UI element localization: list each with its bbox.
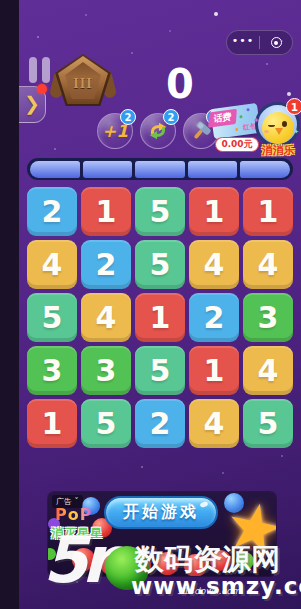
tile-1[interactable]: 1 xyxy=(189,187,239,236)
notification-dot xyxy=(37,84,47,94)
tile-4[interactable]: 4 xyxy=(81,293,131,342)
sparkle-icon: ✦ xyxy=(293,128,299,136)
ad-logo-title: 消灭星星 xyxy=(51,525,103,542)
sparkle-icon: ✦ xyxy=(253,116,260,125)
ad-banner[interactable]: ★ ✦ ✦ 广告 ˅ PoP 消灭星星 开始游戏 xyxy=(48,492,276,576)
tile-5[interactable]: 5 xyxy=(135,240,185,289)
swap-count-badge: 2 xyxy=(163,109,179,125)
add-one-count-badge: 2 xyxy=(120,109,136,125)
confetti-dot xyxy=(246,108,249,111)
chick-wink-eye xyxy=(268,123,275,127)
chick-icon xyxy=(262,112,294,144)
chick-eye xyxy=(282,121,287,127)
watermark-url: www.smzy.com xyxy=(131,573,301,599)
sparkle-icon: ✦ xyxy=(256,552,263,561)
tile-3[interactable]: 3 xyxy=(243,293,293,342)
tile-5[interactable]: 5 xyxy=(81,399,131,448)
wechat-capsule: ••• xyxy=(226,30,293,55)
tile-5[interactable]: 5 xyxy=(135,187,185,236)
chick-beak xyxy=(275,128,283,135)
tile-1[interactable]: 1 xyxy=(135,293,185,342)
tile-2[interactable]: 2 xyxy=(189,293,239,342)
tile-1[interactable]: 1 xyxy=(189,346,239,395)
tile-3[interactable]: 3 xyxy=(81,346,131,395)
tile-5[interactable]: 5 xyxy=(135,346,185,395)
confetti-dot xyxy=(239,115,242,118)
promo-label: 消消乐 xyxy=(252,143,301,158)
pause-icon xyxy=(29,57,37,83)
rank-numeral: III xyxy=(55,76,111,92)
tile-4[interactable]: 4 xyxy=(189,399,239,448)
tile-2[interactable]: 2 xyxy=(135,399,185,448)
exit-circle-icon xyxy=(271,37,282,48)
tile-1[interactable]: 1 xyxy=(27,399,77,448)
capsule-more-button[interactable]: ••• xyxy=(227,31,259,54)
progress-segment xyxy=(30,161,80,178)
tile-5[interactable]: 5 xyxy=(27,293,77,342)
phone-credit-title: 话费 xyxy=(208,109,237,128)
progress-segment xyxy=(83,161,133,178)
starfield-decoration xyxy=(19,0,21,2)
tile-1[interactable]: 1 xyxy=(243,187,293,236)
confetti-dot xyxy=(235,128,238,131)
powerup-swap-button[interactable]: 2 xyxy=(140,113,176,149)
tile-2[interactable]: 2 xyxy=(27,187,77,236)
start-game-label: 开始游戏 xyxy=(123,502,199,523)
tile-4[interactable]: 4 xyxy=(189,240,239,289)
progress-bar xyxy=(27,158,293,180)
tile-2[interactable]: 2 xyxy=(81,240,131,289)
rank-medal-badge: III xyxy=(55,54,111,106)
tile-4[interactable]: 4 xyxy=(243,346,293,395)
capsule-exit-button[interactable] xyxy=(260,31,292,54)
ad-logo-pop: PoP xyxy=(55,505,92,524)
progress-segment xyxy=(240,161,290,178)
tile-4[interactable]: 4 xyxy=(27,240,77,289)
candy-donut xyxy=(48,548,56,560)
start-game-button[interactable]: 开始游戏 xyxy=(104,496,218,529)
side-panel-button[interactable]: ❯ xyxy=(19,86,46,123)
chick-cheek xyxy=(264,130,269,133)
pause-icon xyxy=(42,57,50,83)
powerup-add-one-button[interactable]: +1 2 xyxy=(97,113,133,149)
candy-ball xyxy=(100,552,123,575)
tile-3[interactable]: 3 xyxy=(27,346,77,395)
tile-4[interactable]: 4 xyxy=(243,240,293,289)
chevron-right-icon: ❯ xyxy=(24,92,40,114)
promo-count-badge: 1 xyxy=(286,98,301,115)
score-value: 0 xyxy=(150,64,210,104)
tile-5[interactable]: 5 xyxy=(243,399,293,448)
button-shine xyxy=(199,501,208,508)
candy-ball xyxy=(156,552,179,575)
promo-xiaoxiaole-button[interactable]: ✦ ✦ 1 消消乐 xyxy=(255,102,301,158)
candy-ball xyxy=(72,548,95,571)
watermark-small-text: 314down.com xyxy=(177,586,241,596)
pause-button[interactable] xyxy=(29,57,50,83)
puzzle-grid: 2151142544541233351415245 xyxy=(27,187,293,448)
candy-ball xyxy=(128,554,151,576)
candy-ball xyxy=(184,554,207,576)
tile-1[interactable]: 1 xyxy=(81,187,131,236)
progress-segment xyxy=(135,161,185,178)
more-dots-icon: ••• xyxy=(232,35,254,50)
game-screen: ••• III 0 ❯ +1 2 2 xyxy=(19,0,301,609)
progress-segment xyxy=(188,161,238,178)
